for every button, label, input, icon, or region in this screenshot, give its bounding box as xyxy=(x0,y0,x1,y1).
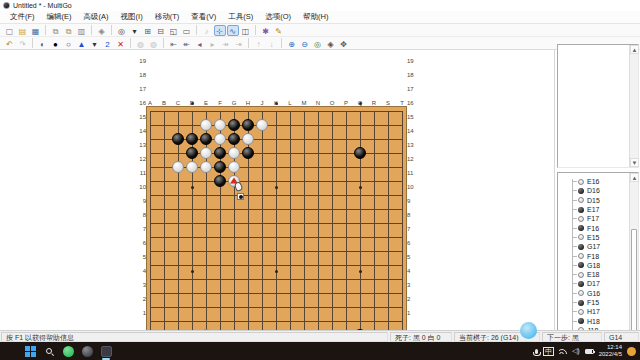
black-stone-tool-icon[interactable]: ● xyxy=(50,38,62,49)
intersection-L10[interactable] xyxy=(283,230,297,244)
find-position-icon[interactable]: ◎ xyxy=(312,38,324,49)
intersection-Q10[interactable] xyxy=(353,230,367,244)
intersection-E10[interactable] xyxy=(199,230,213,244)
intersection-Q9[interactable] xyxy=(353,244,367,258)
menu-item-2[interactable]: 高级(A) xyxy=(78,11,115,23)
intersection-M18[interactable] xyxy=(297,118,311,132)
intersection-G11[interactable] xyxy=(227,216,241,230)
intersection-Q13[interactable] xyxy=(353,188,367,202)
intersection-L19[interactable] xyxy=(283,104,297,118)
intersection-Q18[interactable] xyxy=(353,118,367,132)
intersection-A14[interactable] xyxy=(143,174,157,188)
intersection-P10[interactable] xyxy=(339,230,353,244)
intersection-D5[interactable] xyxy=(185,300,199,314)
intersection-T11[interactable] xyxy=(395,216,409,230)
intersection-S12[interactable] xyxy=(381,202,395,216)
intersection-H5[interactable] xyxy=(241,300,255,314)
intersection-K13[interactable] xyxy=(269,188,283,202)
intersection-E12[interactable] xyxy=(199,202,213,216)
intersection-D6[interactable] xyxy=(185,286,199,300)
intersection-D10[interactable] xyxy=(185,230,199,244)
intersection-F12[interactable] xyxy=(213,202,227,216)
intersection-P9[interactable] xyxy=(339,244,353,258)
intersection-G7[interactable] xyxy=(227,272,241,286)
intersection-N9[interactable] xyxy=(311,244,325,258)
view-quarter-board-icon[interactable]: ◱ xyxy=(168,25,180,36)
nav-next-icon[interactable]: ▸ xyxy=(207,38,219,49)
intersection-Q11[interactable] xyxy=(353,216,367,230)
intersection-F11[interactable] xyxy=(213,216,227,230)
copy-icon[interactable]: ⧉ xyxy=(63,25,75,36)
intersection-E11[interactable] xyxy=(199,216,213,230)
intersection-B13[interactable] xyxy=(157,188,171,202)
menu-item-1[interactable]: 编辑(E) xyxy=(41,11,78,23)
intersection-S10[interactable] xyxy=(381,230,395,244)
intersection-C5[interactable] xyxy=(171,300,185,314)
intersection-D9[interactable] xyxy=(185,244,199,258)
intersection-S8[interactable] xyxy=(381,258,395,272)
intersection-E9[interactable] xyxy=(199,244,213,258)
intersection-O4[interactable] xyxy=(325,314,339,328)
intersection-E14[interactable] xyxy=(199,174,213,188)
move-node-E16[interactable]: E16 xyxy=(558,177,628,186)
intersection-K8[interactable] xyxy=(269,258,283,272)
intersection-S19[interactable] xyxy=(381,104,395,118)
paste-icon[interactable]: ▥ xyxy=(76,25,88,36)
intersection-Q4[interactable] xyxy=(353,314,367,328)
intersection-P13[interactable] xyxy=(339,188,353,202)
intersection-G17[interactable] xyxy=(227,132,241,146)
intersection-O17[interactable] xyxy=(325,132,339,146)
intersection-E17[interactable] xyxy=(199,132,213,146)
intersection-B16[interactable] xyxy=(157,146,171,160)
show-tree-icon[interactable]: ∿ xyxy=(227,25,239,36)
intersection-N18[interactable] xyxy=(311,118,325,132)
intersection-Q5[interactable] xyxy=(353,300,367,314)
open-file-icon[interactable]: ▤ xyxy=(17,25,29,36)
intersection-A5[interactable] xyxy=(143,300,157,314)
intersection-H8[interactable] xyxy=(241,258,255,272)
intersection-N6[interactable] xyxy=(311,286,325,300)
intersection-K11[interactable] xyxy=(269,216,283,230)
intersection-K5[interactable] xyxy=(269,300,283,314)
intersection-N12[interactable] xyxy=(311,202,325,216)
intersection-O19[interactable] xyxy=(325,104,339,118)
intersection-L4[interactable] xyxy=(283,314,297,328)
nav-first-icon[interactable]: ⇤ xyxy=(168,38,180,49)
intersection-E13[interactable] xyxy=(199,188,213,202)
intersection-O13[interactable] xyxy=(325,188,339,202)
intersection-G5[interactable] xyxy=(227,300,241,314)
start-button[interactable] xyxy=(24,345,36,357)
intersection-S13[interactable] xyxy=(381,188,395,202)
variation-up-icon[interactable]: ↑ xyxy=(253,38,265,49)
view-custom-region-icon[interactable]: ▭ xyxy=(181,25,193,36)
intersection-O18[interactable] xyxy=(325,118,339,132)
menu-item-4[interactable]: 移动(T) xyxy=(149,11,186,23)
intersection-F13[interactable] xyxy=(213,188,227,202)
intersection-R16[interactable] xyxy=(367,146,381,160)
redo-icon[interactable]: ↷ xyxy=(17,38,29,49)
intersection-F5[interactable] xyxy=(213,300,227,314)
intersection-C15[interactable] xyxy=(171,160,185,174)
intersection-J16[interactable] xyxy=(255,146,269,160)
intersection-A18[interactable] xyxy=(143,118,157,132)
intersection-F4[interactable] xyxy=(213,314,227,328)
intersection-P5[interactable] xyxy=(339,300,353,314)
intersection-K15[interactable] xyxy=(269,160,283,174)
intersection-A17[interactable] xyxy=(143,132,157,146)
font-icon[interactable]: ✱ xyxy=(260,25,272,36)
intersection-H7[interactable] xyxy=(241,272,255,286)
new-file-icon[interactable]: ▢ xyxy=(4,25,16,36)
intersection-J13[interactable] xyxy=(255,188,269,202)
intersection-R5[interactable] xyxy=(367,300,381,314)
intersection-J17[interactable] xyxy=(255,132,269,146)
intersection-L15[interactable] xyxy=(283,160,297,174)
intersection-Q8[interactable] xyxy=(353,258,367,272)
intersection-A11[interactable] xyxy=(143,216,157,230)
intersection-J8[interactable] xyxy=(255,258,269,272)
intersection-P14[interactable] xyxy=(339,174,353,188)
intersection-B10[interactable] xyxy=(157,230,171,244)
intersection-S9[interactable] xyxy=(381,244,395,258)
intersection-C10[interactable] xyxy=(171,230,185,244)
move-node-G17[interactable]: G17 xyxy=(558,242,628,251)
intersection-N15[interactable] xyxy=(311,160,325,174)
intersection-C19[interactable] xyxy=(171,104,185,118)
intersection-M16[interactable] xyxy=(297,146,311,160)
intersection-E8[interactable] xyxy=(199,258,213,272)
intersection-T6[interactable] xyxy=(395,286,409,300)
view-half-board-icon[interactable]: ⊟ xyxy=(155,25,167,36)
intersection-N11[interactable] xyxy=(311,216,325,230)
intersection-T18[interactable] xyxy=(395,118,409,132)
intersection-D16[interactable] xyxy=(185,146,199,160)
intersection-M7[interactable] xyxy=(297,272,311,286)
intersection-A6[interactable] xyxy=(143,286,157,300)
move-node-F16[interactable]: F16 xyxy=(558,223,628,232)
intersection-A15[interactable] xyxy=(143,160,157,174)
intersection-K10[interactable] xyxy=(269,230,283,244)
intersection-M14[interactable] xyxy=(297,174,311,188)
intersection-B5[interactable] xyxy=(157,300,171,314)
move-node-E17[interactable]: E17 xyxy=(558,205,628,214)
rotate-board-icon[interactable]: ✥ xyxy=(338,38,350,49)
intersection-S5[interactable] xyxy=(381,300,395,314)
intersection-L16[interactable] xyxy=(283,146,297,160)
intersection-R14[interactable] xyxy=(367,174,381,188)
intersection-K18[interactable] xyxy=(269,118,283,132)
intersection-R19[interactable] xyxy=(367,104,381,118)
menu-item-6[interactable]: 工具(S) xyxy=(222,11,259,23)
intersection-E19[interactable] xyxy=(199,104,213,118)
game-info-icon[interactable]: ◈ xyxy=(96,25,108,36)
intersection-M6[interactable] xyxy=(297,286,311,300)
intersection-B15[interactable] xyxy=(157,160,171,174)
zoom-in-icon[interactable]: ⊕ xyxy=(286,38,298,49)
intersection-E18[interactable] xyxy=(199,118,213,132)
intersection-F16[interactable] xyxy=(213,146,227,160)
intersection-C16[interactable] xyxy=(171,146,185,160)
nav-last-icon[interactable]: ⇥ xyxy=(233,38,245,49)
intersection-S17[interactable] xyxy=(381,132,395,146)
intersection-Q12[interactable] xyxy=(353,202,367,216)
intersection-J10[interactable] xyxy=(255,230,269,244)
intersection-R7[interactable] xyxy=(367,272,381,286)
intersection-T4[interactable] xyxy=(395,314,409,328)
intersection-J18[interactable] xyxy=(255,118,269,132)
intersection-T8[interactable] xyxy=(395,258,409,272)
intersection-G4[interactable] xyxy=(227,314,241,328)
intersection-G15[interactable] xyxy=(227,160,241,174)
view-whole-board-icon[interactable]: ⊞ xyxy=(142,25,154,36)
intersection-F8[interactable] xyxy=(213,258,227,272)
intersection-F14[interactable] xyxy=(213,174,227,188)
intersection-K7[interactable] xyxy=(269,272,283,286)
intersection-J9[interactable] xyxy=(255,244,269,258)
mirror-board-icon[interactable]: ◈ xyxy=(325,38,337,49)
white-stone-tool-icon[interactable]: ○ xyxy=(63,38,75,49)
intersection-G16[interactable] xyxy=(227,146,241,160)
mode-compass-icon[interactable]: ◎ xyxy=(116,25,128,36)
annotate-pen-icon[interactable]: ✎ xyxy=(273,25,285,36)
intersection-S4[interactable] xyxy=(381,314,395,328)
intersection-P19[interactable] xyxy=(339,104,353,118)
intersection-G19[interactable] xyxy=(227,104,241,118)
move-node-H18[interactable]: H18 xyxy=(558,316,628,325)
show-panel-icon[interactable]: ◫ xyxy=(240,25,252,36)
intersection-O12[interactable] xyxy=(325,202,339,216)
taskbar-app-sphere[interactable] xyxy=(81,345,93,357)
intersection-L5[interactable] xyxy=(283,300,297,314)
intersection-N7[interactable] xyxy=(311,272,325,286)
intersection-Q7[interactable] xyxy=(353,272,367,286)
intersection-D15[interactable] xyxy=(185,160,199,174)
microphone-icon[interactable] xyxy=(535,349,538,354)
intersection-Q6[interactable] xyxy=(353,286,367,300)
move-node-D16[interactable]: D16 xyxy=(558,186,628,195)
intersection-L18[interactable] xyxy=(283,118,297,132)
intersection-P6[interactable] xyxy=(339,286,353,300)
intersection-H9[interactable] xyxy=(241,244,255,258)
intersection-O11[interactable] xyxy=(325,216,339,230)
intersection-D11[interactable] xyxy=(185,216,199,230)
intersection-S11[interactable] xyxy=(381,216,395,230)
intersection-D14[interactable] xyxy=(185,174,199,188)
intersection-D18[interactable] xyxy=(185,118,199,132)
intersection-Q14[interactable] xyxy=(353,174,367,188)
intersection-F17[interactable] xyxy=(213,132,227,146)
intersection-A8[interactable] xyxy=(143,258,157,272)
intersection-B18[interactable] xyxy=(157,118,171,132)
intersection-C14[interactable] xyxy=(171,174,185,188)
move-node-G16[interactable]: G16 xyxy=(558,289,628,298)
intersection-B17[interactable] xyxy=(157,132,171,146)
move-node-D17[interactable]: D17 xyxy=(558,279,628,288)
intersection-C6[interactable] xyxy=(171,286,185,300)
intersection-K9[interactable] xyxy=(269,244,283,258)
delete-tool-icon[interactable]: ✕ xyxy=(115,38,127,49)
intersection-M4[interactable] xyxy=(297,314,311,328)
label-tool-icon[interactable]: 2 xyxy=(102,38,114,49)
goban-grid[interactable] xyxy=(143,104,409,360)
intersection-D13[interactable] xyxy=(185,188,199,202)
intersection-H4[interactable] xyxy=(241,314,255,328)
intersection-A12[interactable] xyxy=(143,202,157,216)
intersection-P7[interactable] xyxy=(339,272,353,286)
intersection-N17[interactable] xyxy=(311,132,325,146)
intersection-N4[interactable] xyxy=(311,314,325,328)
intersection-M9[interactable] xyxy=(297,244,311,258)
intersection-A9[interactable] xyxy=(143,244,157,258)
intersection-P12[interactable] xyxy=(339,202,353,216)
intersection-L17[interactable] xyxy=(283,132,297,146)
intersection-G6[interactable] xyxy=(227,286,241,300)
intersection-L8[interactable] xyxy=(283,258,297,272)
intersection-L7[interactable] xyxy=(283,272,297,286)
intersection-H11[interactable] xyxy=(241,216,255,230)
intersection-R10[interactable] xyxy=(367,230,381,244)
intersection-D7[interactable] xyxy=(185,272,199,286)
intersection-N8[interactable] xyxy=(311,258,325,272)
intersection-E7[interactable] xyxy=(199,272,213,286)
intersection-G8[interactable] xyxy=(227,258,241,272)
menu-item-8[interactable]: 帮助(H) xyxy=(297,11,334,23)
wifi-icon[interactable] xyxy=(559,348,567,354)
intersection-T7[interactable] xyxy=(395,272,409,286)
intersection-E16[interactable] xyxy=(199,146,213,160)
save-file-icon[interactable]: ▦ xyxy=(30,25,42,36)
nav-fwd10-icon[interactable]: ↠ xyxy=(220,38,232,49)
markup-dropdown-icon[interactable]: ▾ xyxy=(89,38,101,49)
intersection-D4[interactable] xyxy=(185,314,199,328)
intersection-R18[interactable] xyxy=(367,118,381,132)
menu-item-3[interactable]: 视图(I) xyxy=(115,11,149,23)
notification-badge-icon[interactable] xyxy=(627,347,636,356)
intersection-J7[interactable] xyxy=(255,272,269,286)
intersection-B14[interactable] xyxy=(157,174,171,188)
move-node-F15[interactable]: F15 xyxy=(558,298,628,307)
intersection-A7[interactable] xyxy=(143,272,157,286)
volume-icon[interactable]: ◁) xyxy=(572,347,580,355)
intersection-M19[interactable] xyxy=(297,104,311,118)
intersection-C4[interactable] xyxy=(171,314,185,328)
intersection-R4[interactable] xyxy=(367,314,381,328)
intersection-H6[interactable] xyxy=(241,286,255,300)
intersection-H17[interactable] xyxy=(241,132,255,146)
intersection-H19[interactable] xyxy=(241,104,255,118)
intersection-P4[interactable] xyxy=(339,314,353,328)
intersection-D17[interactable] xyxy=(185,132,199,146)
panel-splitter[interactable] xyxy=(554,50,555,330)
intersection-M10[interactable] xyxy=(297,230,311,244)
battery-icon[interactable] xyxy=(585,349,594,354)
intersection-M13[interactable] xyxy=(297,188,311,202)
intersection-N16[interactable] xyxy=(311,146,325,160)
intersection-C9[interactable] xyxy=(171,244,185,258)
intersection-M5[interactable] xyxy=(297,300,311,314)
intersection-J19[interactable] xyxy=(255,104,269,118)
intersection-E5[interactable] xyxy=(199,300,213,314)
intersection-O16[interactable] xyxy=(325,146,339,160)
intersection-E4[interactable] xyxy=(199,314,213,328)
intersection-G9[interactable] xyxy=(227,244,241,258)
intersection-L9[interactable] xyxy=(283,244,297,258)
intersection-L13[interactable] xyxy=(283,188,297,202)
variation-down-icon[interactable]: ↓ xyxy=(266,38,278,49)
intersection-B19[interactable] xyxy=(157,104,171,118)
intersection-F10[interactable] xyxy=(213,230,227,244)
taskbar-app-green[interactable] xyxy=(62,345,74,357)
intersection-K17[interactable] xyxy=(269,132,283,146)
intersection-L11[interactable] xyxy=(283,216,297,230)
intersection-B7[interactable] xyxy=(157,272,171,286)
comment-panel[interactable]: ▲ ▼ xyxy=(557,44,639,168)
menu-item-7[interactable]: 选项(O) xyxy=(259,11,297,23)
intersection-P11[interactable] xyxy=(339,216,353,230)
intersection-C12[interactable] xyxy=(171,202,185,216)
intersection-M15[interactable] xyxy=(297,160,311,174)
menu-item-5[interactable]: 查看(V) xyxy=(185,11,222,23)
intersection-R15[interactable] xyxy=(367,160,381,174)
intersection-T5[interactable] xyxy=(395,300,409,314)
resume-icon[interactable]: ◍ xyxy=(148,38,160,49)
intersection-Q15[interactable] xyxy=(353,160,367,174)
intersection-K6[interactable] xyxy=(269,286,283,300)
intersection-A13[interactable] xyxy=(143,188,157,202)
intersection-P18[interactable] xyxy=(339,118,353,132)
intersection-R8[interactable] xyxy=(367,258,381,272)
intersection-F18[interactable] xyxy=(213,118,227,132)
intersection-J6[interactable] xyxy=(255,286,269,300)
move-node-E18[interactable]: E18 xyxy=(558,270,628,279)
intersection-M17[interactable] xyxy=(297,132,311,146)
intersection-F7[interactable] xyxy=(213,272,227,286)
intersection-H18[interactable] xyxy=(241,118,255,132)
sound-icon[interactable]: ♪ xyxy=(201,25,213,36)
intersection-C11[interactable] xyxy=(171,216,185,230)
intersection-L6[interactable] xyxy=(283,286,297,300)
intersection-L14[interactable] xyxy=(283,174,297,188)
move-node-E15[interactable]: E15 xyxy=(558,233,628,242)
menu-item-0[interactable]: 文件(F) xyxy=(4,11,41,23)
intersection-K19[interactable] xyxy=(269,104,283,118)
intersection-H12[interactable] xyxy=(241,202,255,216)
intersection-Q17[interactable] xyxy=(353,132,367,146)
intersection-N5[interactable] xyxy=(311,300,325,314)
intersection-J5[interactable] xyxy=(255,300,269,314)
intersection-H15[interactable] xyxy=(241,160,255,174)
intersection-S15[interactable] xyxy=(381,160,395,174)
intersection-O15[interactable] xyxy=(325,160,339,174)
intersection-N19[interactable] xyxy=(311,104,325,118)
intersection-T19[interactable] xyxy=(395,104,409,118)
intersection-O9[interactable] xyxy=(325,244,339,258)
intersection-E15[interactable] xyxy=(199,160,213,174)
zoom-out-icon[interactable]: ⊖ xyxy=(299,38,311,49)
intersection-F15[interactable] xyxy=(213,160,227,174)
intersection-G10[interactable] xyxy=(227,230,241,244)
move-node-G18[interactable]: G18 xyxy=(558,261,628,270)
intersection-R9[interactable] xyxy=(367,244,381,258)
intersection-B12[interactable] xyxy=(157,202,171,216)
scroll-up-icon[interactable]: ▲ xyxy=(630,45,639,54)
intersection-C8[interactable] xyxy=(171,258,185,272)
intersection-S16[interactable] xyxy=(381,146,395,160)
intersection-O8[interactable] xyxy=(325,258,339,272)
intersection-J14[interactable] xyxy=(255,174,269,188)
